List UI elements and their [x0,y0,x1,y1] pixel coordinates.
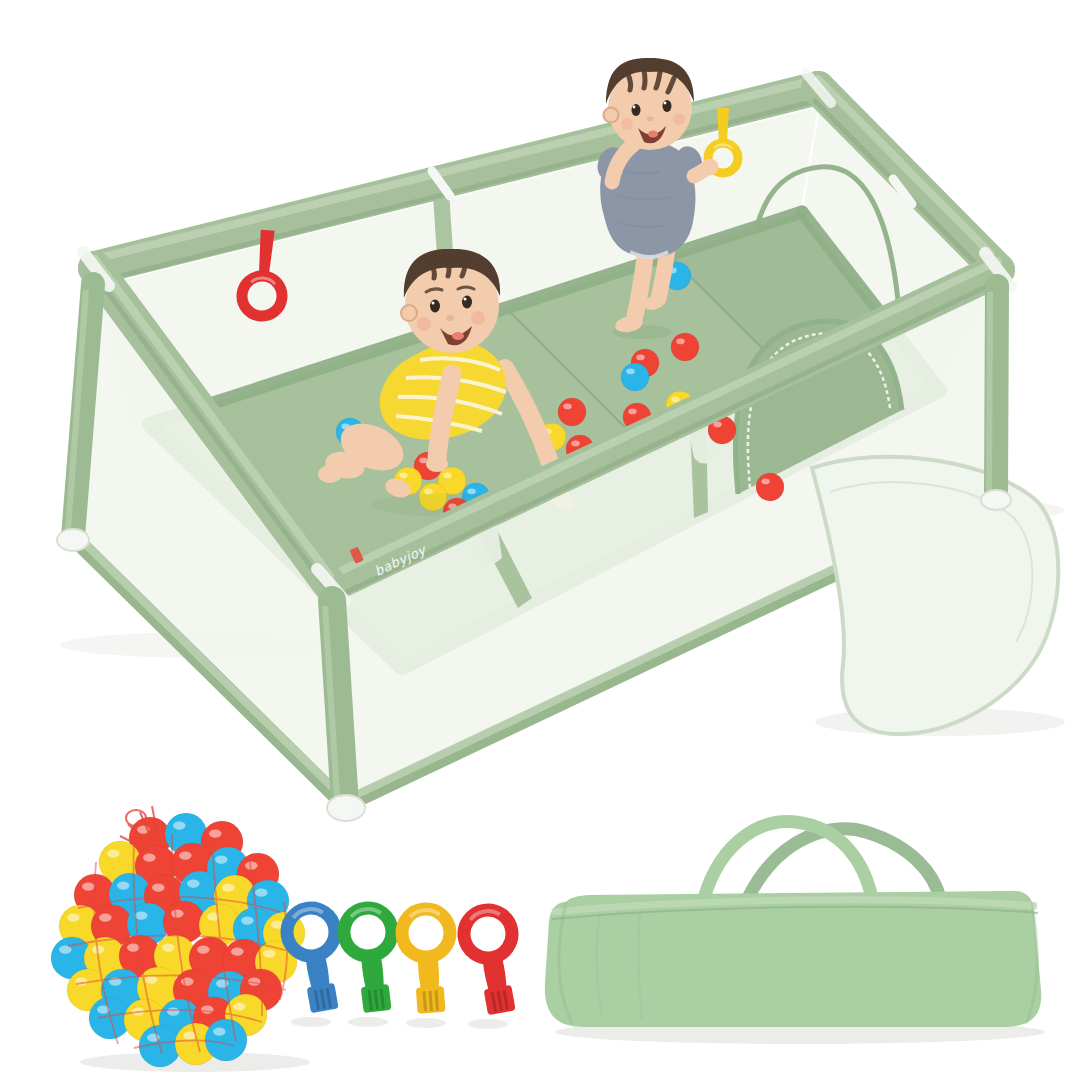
ball-highlight [636,355,644,361]
ball-highlight [143,853,156,861]
baby-tongue [648,131,658,138]
eye-highlight [633,106,636,109]
scene-canvas: babyjoy [0,0,1080,1080]
ball-highlight [231,947,244,955]
ball-highlight [628,409,636,415]
baby-eye [663,100,672,112]
ball-highlight [213,1027,226,1035]
play-ball-red [558,398,586,426]
baby-nose [647,117,654,122]
ball-highlight [626,369,634,375]
ball-highlight [67,913,80,921]
ball-highlight [233,1002,246,1010]
ball-highlight [563,404,571,410]
ring-shadow [291,1017,331,1027]
ball-highlight [761,479,769,485]
baby-eye [430,300,440,313]
baby-hand [426,456,448,472]
ball-highlight [671,397,679,403]
ball-highlight [99,913,112,921]
eye-highlight [464,298,467,301]
ball-highlight [443,473,451,479]
baby-eye [462,296,472,309]
ball-highlight [59,945,72,953]
ball-highlight [215,855,228,863]
ball-highlight [399,473,407,479]
play-ball-red [756,473,784,501]
eye-highlight [664,102,667,105]
baby-eye [632,104,641,116]
play-ball-red [671,333,699,361]
ring-shadow [468,1019,508,1029]
ball-highlight [222,883,235,891]
baby-blush [621,118,633,130]
baby-blush [471,311,485,325]
ball-highlight [135,911,148,919]
ball-highlight [187,879,200,887]
post-foot [981,490,1011,510]
post-foot [57,529,89,551]
ball-highlight [241,916,254,924]
bag-body [545,891,1041,1027]
product-photo: babyjoy [0,0,1080,1080]
ball-highlight [197,945,210,953]
baby-hand [702,159,719,176]
baby-ear [401,305,417,321]
ball-highlight [676,339,684,345]
right-post [996,286,997,497]
play-ball-blue [205,1019,247,1061]
ball-highlight [209,829,222,837]
ball-highlight [263,949,276,957]
ball-highlight [171,909,184,917]
ring-shadow [406,1018,446,1028]
baby-blush [673,113,685,125]
ball-highlight [152,883,165,891]
baby-nose [446,315,454,321]
ball-highlight [183,1031,196,1039]
eye-highlight [432,302,435,305]
ball-highlight [162,943,175,951]
ball-highlight [424,489,432,495]
ball-highlight [167,1007,180,1015]
ball-highlight [173,821,186,829]
ball-highlight [255,888,268,896]
ball-highlight [571,441,579,447]
baby-tongue [452,332,464,340]
baby-ear [604,108,619,123]
play-ball-blue [621,363,649,391]
post-foot [327,795,365,821]
ball-highlight [107,849,120,857]
ball-highlight [117,881,130,889]
baby-blush [417,317,431,331]
ball-highlight [82,882,95,890]
baby-foot [318,465,342,483]
ball-highlight [179,851,192,859]
ring-shadow [348,1017,388,1027]
